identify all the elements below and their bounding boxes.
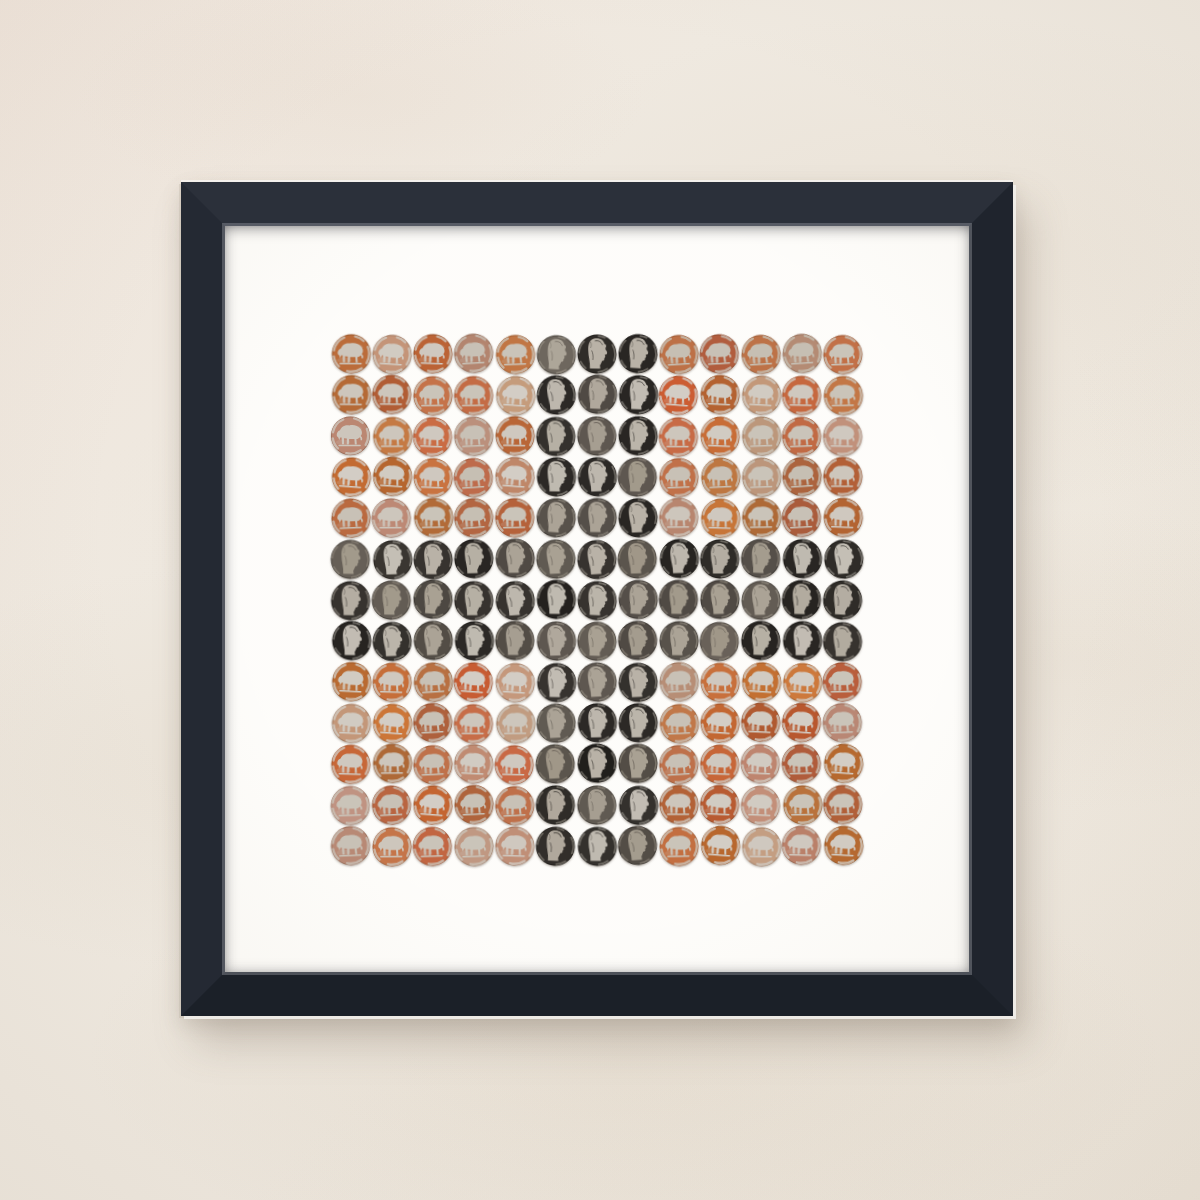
buffalo-icon — [781, 332, 824, 375]
coin-indian-head-obverse — [411, 578, 454, 621]
coin-indian-head-obverse — [535, 496, 578, 539]
coin-indian-head-obverse — [372, 539, 413, 580]
indian-head-icon — [617, 620, 659, 662]
coin-buffalo-reverse — [494, 825, 535, 866]
indian-head-icon — [617, 661, 659, 703]
coin-buffalo-reverse — [494, 455, 537, 498]
indian-head-icon — [454, 621, 494, 661]
indian-head-icon — [700, 539, 740, 579]
indian-head-icon — [781, 579, 822, 620]
buffalo-icon — [659, 826, 700, 867]
coin-buffalo-reverse — [700, 662, 741, 703]
coin-indian-head-obverse — [618, 743, 658, 783]
coin-indian-head-obverse — [658, 579, 699, 620]
coin-buffalo-reverse — [331, 334, 371, 374]
coin-buffalo-reverse — [371, 333, 413, 375]
indian-head-icon — [740, 538, 782, 580]
coin-indian-head-obverse — [371, 621, 413, 663]
coin-buffalo-reverse — [412, 701, 454, 743]
coin-buffalo-reverse — [453, 375, 494, 416]
coin-buffalo-reverse — [740, 661, 782, 703]
buffalo-icon — [822, 416, 863, 457]
buffalo-icon — [372, 374, 412, 414]
coin-buffalo-reverse — [823, 824, 865, 866]
buffalo-icon — [372, 662, 413, 703]
coin-buffalo-reverse — [453, 415, 495, 457]
indian-head-icon — [535, 334, 577, 376]
coin-buffalo-reverse — [781, 825, 822, 866]
coin-indian-head-obverse — [454, 581, 494, 621]
buffalo-icon — [494, 497, 535, 538]
buffalo-icon — [371, 702, 414, 745]
coin-indian-head-obverse — [576, 456, 618, 498]
coin-buffalo-reverse — [453, 826, 494, 867]
indian-head-icon — [617, 456, 658, 497]
coin-buffalo-reverse — [412, 416, 454, 458]
indian-head-icon — [659, 538, 700, 579]
coin-indian-head-obverse — [618, 702, 659, 743]
mat-board — [225, 226, 969, 972]
buffalo-icon — [453, 743, 495, 785]
buffalo-icon — [331, 661, 373, 703]
indian-head-icon — [617, 578, 659, 620]
coin-buffalo-reverse — [330, 744, 371, 785]
buffalo-icon — [658, 333, 701, 376]
coin-indian-head-obverse — [536, 457, 576, 497]
coin-indian-head-obverse — [535, 374, 577, 416]
coin-buffalo-reverse — [330, 416, 370, 456]
coin-indian-head-obverse — [331, 620, 372, 661]
coin-buffalo-reverse — [740, 701, 782, 743]
coin-buffalo-reverse — [659, 826, 700, 867]
coin-buffalo-reverse — [371, 702, 414, 745]
buffalo-icon — [453, 826, 494, 867]
coin-buffalo-reverse — [330, 456, 373, 499]
buffalo-icon — [780, 496, 822, 538]
indian-head-icon — [372, 539, 413, 580]
coin-indian-head-obverse — [740, 620, 781, 661]
coin-buffalo-reverse — [741, 827, 782, 868]
coin-indian-head-obverse — [740, 538, 782, 580]
coin-buffalo-reverse — [412, 661, 454, 703]
indian-head-icon — [658, 579, 699, 620]
coin-buffalo-reverse — [781, 743, 822, 784]
indian-head-icon — [494, 579, 537, 622]
coin-buffalo-reverse — [780, 701, 823, 744]
buffalo-icon — [330, 497, 372, 539]
buffalo-icon — [494, 661, 537, 704]
coin-indian-head-obverse — [782, 621, 822, 661]
indian-head-icon — [822, 538, 865, 581]
coin-buffalo-reverse — [822, 334, 864, 376]
coin-indian-head-obverse — [534, 743, 576, 785]
buffalo-icon — [495, 334, 536, 375]
buffalo-icon — [412, 333, 453, 374]
coin-indian-head-obverse — [617, 456, 658, 497]
coin-indian-head-obverse — [536, 579, 576, 619]
indian-head-icon — [577, 497, 617, 537]
coin-buffalo-reverse — [371, 498, 411, 538]
buffalo-icon — [331, 702, 373, 744]
coin-indian-head-obverse — [577, 826, 617, 866]
coin-buffalo-reverse — [453, 743, 495, 785]
coin-indian-head-obverse — [700, 539, 740, 579]
coin-indian-head-obverse — [618, 374, 660, 416]
coin-buffalo-reverse — [494, 497, 535, 538]
buffalo-icon — [781, 743, 822, 784]
coin-indian-head-obverse — [821, 579, 863, 621]
buffalo-icon — [659, 703, 701, 745]
indian-head-icon — [741, 580, 782, 621]
coin-buffalo-reverse — [780, 496, 822, 538]
buffalo-icon — [373, 416, 413, 456]
indian-head-icon — [616, 824, 659, 867]
buffalo-icon — [699, 824, 742, 867]
buffalo-icon — [372, 827, 412, 867]
coin-indian-head-obverse — [371, 580, 412, 621]
coin-buffalo-reverse — [657, 374, 700, 417]
coin-buffalo-reverse — [659, 497, 699, 537]
indian-head-icon — [330, 580, 370, 620]
coin-buffalo-reverse — [741, 415, 783, 457]
coin-buffalo-reverse — [452, 456, 495, 499]
buffalo-icon — [412, 457, 453, 498]
coin-indian-head-obverse — [454, 621, 494, 661]
coin-buffalo-reverse — [494, 661, 537, 704]
coin-buffalo-reverse — [699, 415, 741, 457]
buffalo-icon — [659, 497, 699, 537]
indian-head-icon — [495, 538, 535, 578]
buffalo-icon — [371, 333, 413, 375]
coin-indian-head-obverse — [577, 702, 618, 743]
coin-buffalo-reverse — [699, 374, 741, 416]
coin-indian-head-obverse — [535, 784, 576, 825]
indian-head-icon — [534, 743, 576, 785]
indian-head-icon — [618, 785, 659, 826]
coin-buffalo-reverse — [452, 661, 495, 704]
buffalo-icon — [331, 374, 371, 414]
coin-indian-head-obverse — [617, 661, 659, 703]
indian-head-icon — [411, 578, 454, 621]
coin-indian-head-obverse — [495, 538, 535, 578]
coin-buffalo-reverse — [822, 661, 863, 702]
buffalo-icon — [494, 744, 535, 785]
indian-head-icon — [536, 579, 576, 619]
coin-indian-head-obverse — [495, 620, 535, 660]
coin-buffalo-reverse — [781, 661, 824, 704]
coin-indian-head-obverse — [576, 621, 617, 662]
coin-buffalo-reverse — [699, 744, 740, 785]
coin-indian-head-obverse — [576, 538, 619, 581]
indian-head-icon — [330, 539, 371, 580]
indian-head-icon — [413, 540, 453, 580]
coin-buffalo-reverse — [781, 416, 822, 457]
coin-buffalo-reverse — [494, 744, 535, 785]
coin-indian-head-obverse — [617, 415, 659, 457]
indian-head-icon — [535, 374, 577, 416]
buffalo-icon — [452, 456, 495, 499]
coin-indian-head-obverse — [576, 661, 618, 703]
coin-indian-head-obverse — [698, 620, 741, 663]
indian-head-icon — [454, 581, 494, 621]
buffalo-icon — [659, 784, 699, 824]
indian-head-icon — [577, 373, 619, 415]
coin-indian-head-obverse — [535, 334, 577, 376]
buffalo-icon — [823, 456, 863, 496]
coin-buffalo-reverse — [413, 375, 454, 416]
indian-head-icon — [781, 538, 823, 580]
indian-head-icon — [698, 620, 741, 663]
indian-head-icon — [371, 580, 412, 621]
coin-buffalo-reverse — [452, 496, 495, 539]
coin-buffalo-reverse — [495, 334, 536, 375]
coin-buffalo-reverse — [370, 784, 412, 826]
coin-buffalo-reverse — [659, 703, 701, 745]
indian-head-icon — [577, 334, 618, 375]
buffalo-icon — [452, 661, 495, 704]
buffalo-icon — [657, 374, 700, 417]
coin-buffalo-reverse — [330, 497, 372, 539]
coin-indian-head-obverse — [535, 702, 577, 744]
indian-head-icon — [576, 742, 618, 784]
indian-head-icon — [822, 621, 862, 661]
indian-head-icon — [535, 702, 577, 744]
indian-head-icon — [618, 743, 658, 783]
buffalo-icon — [822, 334, 864, 376]
coin-indian-head-obverse — [453, 538, 494, 579]
coin-buffalo-reverse — [658, 333, 701, 376]
buffalo-icon — [452, 332, 494, 374]
indian-head-icon — [495, 620, 535, 660]
buffalo-icon — [371, 455, 413, 497]
coin-indian-head-obverse — [535, 538, 577, 580]
coin-indian-head-obverse — [536, 620, 577, 661]
buffalo-icon — [330, 456, 373, 499]
buffalo-icon — [453, 704, 493, 744]
buffalo-icon — [741, 415, 783, 457]
buffalo-icon — [781, 825, 822, 866]
coin-buffalo-reverse — [495, 415, 536, 456]
coin-buffalo-reverse — [412, 333, 453, 374]
coin-indian-head-obverse — [618, 785, 659, 826]
buffalo-icon — [413, 375, 454, 416]
coin-buffalo-reverse — [740, 333, 783, 376]
coin-indian-head-obverse — [699, 579, 740, 620]
buffalo-icon — [453, 784, 495, 826]
coin-buffalo-reverse — [781, 375, 822, 416]
buffalo-icon — [331, 334, 371, 374]
coin-indian-head-obverse — [577, 373, 619, 415]
buffalo-icon — [658, 661, 700, 703]
buffalo-icon — [700, 498, 741, 539]
coin-indian-head-obverse — [536, 662, 577, 703]
buffalo-icon — [330, 785, 371, 826]
buffalo-icon — [658, 417, 698, 457]
coin-buffalo-reverse — [698, 333, 740, 375]
buffalo-icon — [412, 784, 455, 827]
coin-buffalo-reverse — [373, 416, 413, 456]
coin-buffalo-reverse — [658, 743, 700, 785]
coin-indian-head-obverse — [535, 416, 576, 457]
indian-head-icon — [576, 621, 617, 662]
coin-buffalo-reverse — [412, 457, 453, 498]
coin-indian-head-obverse — [617, 578, 659, 620]
buffalo-icon — [699, 374, 741, 416]
coin-buffalo-reverse — [331, 661, 373, 703]
coin-buffalo-reverse — [331, 702, 373, 744]
coin-buffalo-reverse — [699, 702, 742, 745]
buffalo-icon — [699, 784, 741, 826]
coin-indian-head-obverse — [781, 538, 823, 580]
wall-background — [0, 0, 1200, 1200]
coin-buffalo-reverse — [659, 784, 699, 824]
coin-indian-head-obverse — [741, 580, 782, 621]
coin-buffalo-reverse — [372, 662, 413, 703]
buffalo-icon — [494, 825, 535, 866]
indian-head-icon — [576, 661, 618, 703]
buffalo-icon — [330, 416, 370, 456]
coin-buffalo-reverse — [782, 785, 823, 826]
coin-buffalo-reverse — [658, 457, 700, 499]
buffalo-icon — [496, 703, 536, 743]
coin-buffalo-reverse — [823, 375, 864, 416]
coin-buffalo-reverse — [740, 784, 782, 826]
buffalo-icon — [782, 785, 823, 826]
coin-buffalo-reverse — [699, 784, 741, 826]
coin-indian-head-obverse — [617, 332, 659, 374]
indian-head-icon — [577, 702, 618, 743]
buffalo-icon — [740, 333, 783, 376]
coin-buffalo-reverse — [331, 374, 371, 414]
buffalo-icon — [741, 827, 782, 868]
buffalo-icon — [494, 374, 537, 417]
coin-buffalo-reverse — [330, 785, 371, 826]
coin-indian-head-obverse — [330, 580, 370, 620]
coin-buffalo-reverse — [700, 498, 741, 539]
coin-buffalo-reverse — [453, 704, 493, 744]
indian-head-icon — [617, 497, 659, 539]
buffalo-icon — [739, 743, 781, 785]
coin-indian-head-obverse — [617, 620, 659, 662]
coin-buffalo-reverse — [822, 416, 863, 457]
buffalo-icon — [698, 333, 740, 375]
coin-indian-head-obverse — [576, 742, 618, 784]
coin-indian-head-obverse — [781, 579, 822, 620]
coin-buffalo-reverse — [412, 784, 455, 827]
indian-head-icon — [536, 620, 577, 661]
coin-buffalo-reverse — [822, 702, 863, 743]
buffalo-icon — [658, 457, 700, 499]
indian-head-icon — [659, 621, 699, 661]
buffalo-icon — [370, 784, 412, 826]
buffalo-icon — [453, 375, 494, 416]
buffalo-icon — [781, 455, 824, 498]
indian-head-icon — [576, 785, 617, 826]
indian-head-icon — [535, 538, 577, 580]
buffalo-icon — [494, 785, 536, 827]
buffalo-icon — [700, 456, 742, 498]
indian-head-icon — [453, 538, 494, 579]
coin-buffalo-reverse — [372, 827, 412, 867]
coin-indian-head-obverse — [413, 620, 455, 662]
coin-buffalo-reverse — [371, 455, 413, 497]
buffalo-icon — [823, 497, 864, 538]
coin-buffalo-reverse — [781, 332, 824, 375]
coin-buffalo-reverse — [823, 497, 864, 538]
indian-head-icon — [535, 825, 577, 867]
indian-head-icon — [535, 784, 576, 825]
buffalo-icon — [699, 415, 741, 457]
buffalo-icon — [412, 661, 454, 703]
buffalo-icon — [781, 416, 822, 457]
buffalo-icon — [822, 742, 865, 785]
coin-indian-head-obverse — [659, 621, 699, 661]
picture-frame — [181, 182, 1013, 1016]
indian-head-icon — [617, 415, 659, 457]
coin-buffalo-reverse — [496, 703, 536, 743]
indian-head-icon — [576, 580, 618, 622]
indian-head-icon — [331, 620, 372, 661]
buffalo-icon — [740, 661, 782, 703]
coin-indian-head-obverse — [535, 825, 577, 867]
coin-buffalo-reverse — [372, 743, 412, 783]
indian-head-icon — [536, 457, 576, 497]
coin-buffalo-reverse — [372, 374, 412, 414]
buffalo-icon — [412, 701, 454, 743]
buffalo-icon — [741, 374, 783, 416]
indian-head-icon — [576, 538, 619, 581]
buffalo-icon — [780, 701, 823, 744]
buffalo-icon — [412, 744, 454, 786]
buffalo-icon — [699, 702, 742, 745]
indian-head-icon — [535, 416, 576, 457]
coin-buffalo-reverse — [781, 455, 824, 498]
buffalo-icon — [741, 497, 782, 538]
coin-buffalo-reverse — [452, 332, 494, 374]
coin-indian-head-obverse — [659, 538, 700, 579]
coin-buffalo-reverse — [330, 825, 372, 867]
coin-indian-head-obverse — [413, 540, 453, 580]
buffalo-icon — [781, 661, 824, 704]
coin-indian-head-obverse — [617, 538, 658, 579]
buffalo-icon — [823, 375, 864, 416]
indian-head-icon — [536, 662, 577, 703]
indian-head-icon — [413, 620, 455, 662]
indian-head-icon — [618, 374, 660, 416]
buffalo-icon — [699, 744, 740, 785]
buffalo-icon — [371, 498, 411, 538]
coin-buffalo-reverse — [741, 374, 783, 416]
indian-head-icon — [576, 415, 618, 457]
coin-indian-head-obverse — [822, 538, 865, 581]
coin-indian-head-obverse — [577, 334, 618, 375]
coin-buffalo-reverse — [413, 497, 454, 538]
coin-indian-head-obverse — [576, 580, 618, 622]
indian-head-icon — [617, 332, 659, 374]
buffalo-icon — [330, 744, 371, 785]
indian-head-icon — [782, 621, 822, 661]
indian-head-icon — [577, 826, 617, 866]
coin-buffalo-reverse — [822, 784, 863, 825]
buffalo-icon — [412, 416, 454, 458]
buffalo-icon — [781, 375, 822, 416]
buffalo-icon — [700, 662, 741, 703]
coin-buffalo-reverse — [453, 784, 495, 826]
coin-indian-head-obverse — [617, 497, 659, 539]
buffalo-icon — [740, 784, 782, 826]
buffalo-icon — [823, 824, 865, 866]
buffalo-icon — [413, 497, 454, 538]
